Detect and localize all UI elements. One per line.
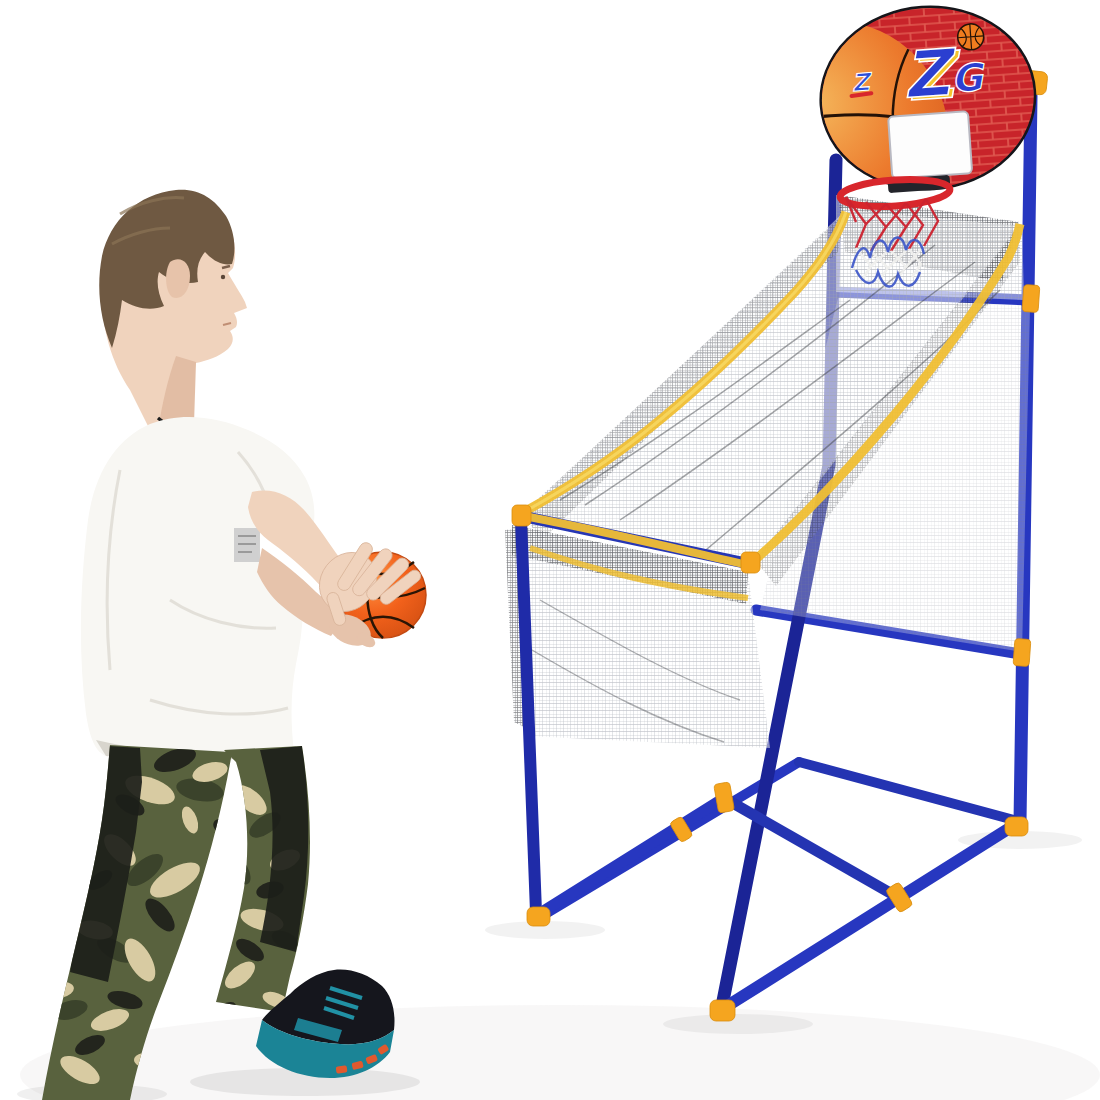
- box-corner-cap: [741, 552, 760, 573]
- boy-eye: [221, 275, 225, 279]
- scene: Z Z G Z: [0, 0, 1100, 1100]
- pole-ring-connector: [1022, 284, 1040, 312]
- box-corner-cap: [512, 505, 531, 526]
- product-photo: Z Z G Z: [0, 0, 1100, 1100]
- logo-g: G: [949, 55, 986, 101]
- foot-cap: [710, 1000, 735, 1021]
- foot-cap: [527, 907, 550, 926]
- pole-ring-connector: [1013, 638, 1031, 666]
- shooter-square: [888, 111, 972, 178]
- shirt-tag: [234, 528, 260, 562]
- logo-basketball-icon: [957, 23, 985, 51]
- foot-cap: [1005, 817, 1028, 836]
